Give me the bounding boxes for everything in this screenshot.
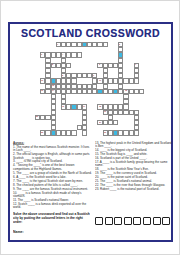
clue: 19. The ____ is the currency used in Sco…: [95, 172, 173, 175]
clue-number: 7: [135, 63, 136, 65]
clue: 2. The official language is English, alt…: [13, 152, 92, 159]
crossword-grid: 1234567891011121314151617181920212223: [35, 42, 145, 136]
answer-letter-box[interactable]: [153, 217, 161, 225]
clue-number: 19: [104, 110, 106, 112]
worksheet-title: SCOTLAND CROSSWORD: [10, 27, 171, 39]
clues-left-column: Across: 1. The name of the most famous S…: [13, 141, 92, 210]
clue: 16. Scotland is part of the United ____.: [95, 156, 173, 159]
clue: 3. ____ is the capital city of Scotland.: [13, 160, 92, 163]
clue-number: 10: [41, 79, 43, 81]
clue: 18. ____ is the Scottish New Year's Eve.: [95, 168, 173, 171]
clue-number: 4: [62, 53, 63, 55]
instruction-text: Solve the above crossword and find out a…: [13, 212, 92, 223]
clue-number: 8: [62, 74, 63, 76]
grid-cell[interactable]: [82, 130, 87, 135]
across-header: Across:: [13, 141, 92, 144]
clue: 12. Scotch ____ is a famous drink export…: [13, 202, 92, 209]
clue-number: 15: [125, 89, 127, 91]
clue-number: 21: [99, 121, 101, 123]
clue-number: 5: [52, 63, 53, 65]
clue-number: 1: [57, 43, 58, 45]
name-label: Name:: [13, 230, 73, 234]
answer-boxes-row: [95, 217, 170, 225]
answer-letter-box[interactable]: [133, 217, 141, 225]
answer-letter-box[interactable]: [143, 217, 151, 225]
answer-letter-box[interactable]: [114, 217, 122, 225]
clues-right-column: 13. The highest peak in the United Kingd…: [95, 141, 173, 191]
grid-cell[interactable]: [77, 52, 82, 57]
grid-cell[interactable]: [66, 63, 71, 68]
clue-number: 3: [41, 53, 42, 55]
clue: 1. The name of the most famous Scottish …: [13, 145, 92, 152]
clue: 15. The Scottish flag is ____ and white.: [95, 152, 173, 155]
clue-number: 22: [41, 131, 43, 133]
clue: 20. ____ is the patron saint of Scotland…: [95, 176, 173, 179]
grid-cell[interactable]: [139, 89, 144, 94]
clue: 14. ____ is the biggest city of Scotland…: [95, 148, 173, 151]
answer-letter-box[interactable]: [95, 217, 103, 225]
clue: 23. Robert ____ is the national poet of …: [95, 187, 173, 190]
clue-number: 18: [99, 105, 101, 107]
clue: 9. The ____ are the famous Scottish musi…: [13, 187, 92, 190]
grid-cell[interactable]: [71, 130, 76, 135]
clue-number: 6: [99, 63, 100, 65]
clue-number: 17: [83, 105, 85, 107]
clue: 21. The ____ is Scotland's national anim…: [95, 179, 173, 182]
answer-letter-box[interactable]: [162, 217, 170, 225]
clue-number: 23: [104, 131, 106, 133]
grid-cell[interactable]: [134, 78, 139, 83]
worksheet-page: SCOTLAND CROSSWORD 123456789101112131415…: [0, 0, 180, 255]
answer-letter-box[interactable]: [124, 217, 132, 225]
grid-cell[interactable]: [113, 120, 118, 125]
clue: 17. A ____ is a Scottish family group be…: [95, 160, 173, 167]
clue: 10. ____ is a famous Scottish dish made …: [13, 191, 92, 198]
clue: 5. The ____ are a group of islands in th…: [13, 171, 92, 174]
clues-left-list: 1. The name of the most famous Scottish …: [13, 145, 92, 209]
answer-letter-box[interactable]: [105, 217, 113, 225]
clue-number: 9: [93, 74, 94, 76]
clues-right-list: 13. The highest peak in the United Kingd…: [95, 141, 173, 191]
clue-number: 14: [52, 89, 54, 91]
clue: 13. The highest peak in the United Kingd…: [95, 141, 173, 148]
clue-number: 20: [36, 115, 38, 117]
clue-number: 2: [119, 43, 120, 45]
clue: 4. "Tossing the ____" is one of the best…: [13, 164, 92, 171]
clue: 8. The checked pattern of the kilts is c…: [13, 183, 92, 186]
grid-cell[interactable]: [103, 42, 108, 47]
grid-cell[interactable]: [134, 130, 139, 135]
clue-number: 13: [41, 89, 43, 91]
clue: 22. The ____ is the river that flows thr…: [95, 183, 173, 186]
clue-number: 16: [62, 105, 64, 107]
clue: 7. The ____ is the typical Scottish skir…: [13, 179, 92, 182]
clue-number: 11: [99, 79, 101, 81]
clue-number: 12: [52, 84, 54, 86]
clue: 11. The ____ is Scotland's national flow…: [13, 198, 92, 201]
worksheet-frame: SCOTLAND CROSSWORD 123456789101112131415…: [8, 22, 173, 242]
clue: 6. A ____ is the Scottish word for a lak…: [13, 175, 92, 178]
